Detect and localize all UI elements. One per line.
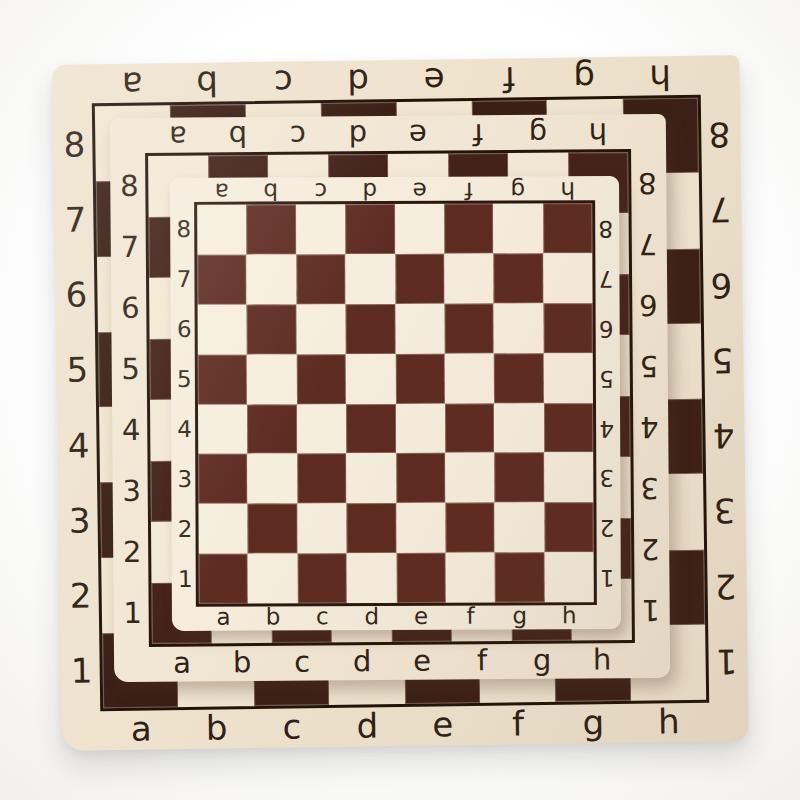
rank-label-left-3: 3 bbox=[112, 461, 150, 522]
square-b3 bbox=[248, 454, 298, 504]
file-label-bottom-e: e bbox=[396, 603, 445, 630]
square-h1 bbox=[544, 552, 594, 602]
square-g5 bbox=[494, 353, 544, 403]
rank-label-right-3: 3 bbox=[703, 473, 746, 549]
file-label-bottom-c: c bbox=[254, 705, 330, 748]
square-h4 bbox=[544, 403, 594, 453]
rank-label-left-1: 1 bbox=[113, 583, 151, 644]
square-b2 bbox=[248, 504, 298, 554]
corner-bottom-right bbox=[632, 640, 670, 678]
square-c2 bbox=[297, 503, 347, 553]
file-label-bottom-g: g bbox=[555, 701, 631, 744]
rank-label-left-4: 4 bbox=[171, 404, 198, 454]
rank-label-left-8: 8 bbox=[53, 106, 96, 182]
rank-label-right-6: 6 bbox=[700, 248, 743, 324]
square-e6 bbox=[395, 304, 445, 354]
square-d3 bbox=[346, 453, 396, 503]
square-f3 bbox=[445, 453, 495, 503]
rank-label-right-1: 1 bbox=[594, 552, 621, 602]
square-b6 bbox=[247, 304, 297, 354]
square-h5 bbox=[543, 353, 593, 403]
file-label-top-e: e bbox=[396, 59, 472, 102]
square-d2 bbox=[347, 503, 397, 553]
file-label-bottom-f: f bbox=[446, 603, 495, 630]
file-label-bottom-b: b bbox=[212, 643, 272, 681]
square-a4 bbox=[198, 404, 248, 454]
file-label-top-h: h bbox=[622, 56, 698, 99]
square-h6 bbox=[543, 303, 593, 353]
file-label-bottom-c: c bbox=[272, 642, 332, 680]
square-c4 bbox=[297, 404, 347, 454]
corner-top-right bbox=[697, 55, 740, 98]
file-label-top-c: c bbox=[245, 61, 321, 104]
square-g2 bbox=[495, 503, 545, 553]
square-d7 bbox=[345, 254, 395, 304]
file-label-bottom-a: a bbox=[199, 604, 248, 631]
file-label-top-a: a bbox=[197, 178, 246, 205]
square-h2 bbox=[544, 502, 594, 552]
corner-bottom-right bbox=[594, 602, 621, 629]
square-f6 bbox=[444, 303, 494, 353]
rank-label-left-2: 2 bbox=[59, 558, 102, 634]
square-c8 bbox=[296, 204, 346, 254]
file-label-bottom-d: d bbox=[347, 603, 396, 630]
rank-label-right-8: 8 bbox=[698, 97, 741, 173]
rank-label-right-1: 1 bbox=[631, 579, 669, 640]
rank-label-right-6: 6 bbox=[593, 303, 620, 353]
file-label-bottom-b: b bbox=[248, 603, 297, 630]
square-g1 bbox=[495, 552, 545, 602]
rank-label-left-1: 1 bbox=[172, 554, 199, 604]
rank-label-left-7: 7 bbox=[170, 255, 197, 305]
file-label-top-a: a bbox=[148, 117, 208, 155]
file-label-bottom-a: a bbox=[103, 707, 179, 750]
rank-label-left-8: 8 bbox=[110, 156, 148, 217]
rank-label-left-7: 7 bbox=[111, 217, 149, 278]
square-c7 bbox=[296, 254, 346, 304]
file-label-bottom-c: c bbox=[298, 603, 347, 630]
square-b5 bbox=[247, 354, 297, 404]
square-d8 bbox=[345, 204, 395, 254]
rank-label-left-6: 6 bbox=[171, 305, 198, 355]
corner-top-right bbox=[592, 176, 619, 203]
rank-label-left-6: 6 bbox=[111, 278, 149, 339]
file-label-bottom-h: h bbox=[631, 700, 707, 743]
corner-top-left bbox=[110, 118, 148, 156]
file-label-top-h: h bbox=[543, 176, 592, 203]
square-a8 bbox=[197, 205, 247, 255]
rank-label-right-7: 7 bbox=[592, 253, 619, 303]
square-a1 bbox=[199, 554, 249, 604]
square-f1 bbox=[446, 553, 496, 603]
rank-label-right-5: 5 bbox=[701, 323, 744, 399]
rank-label-right-5: 5 bbox=[593, 353, 620, 403]
file-label-top-b: b bbox=[208, 117, 268, 155]
corner-top-left bbox=[52, 64, 95, 107]
rank-label-left-3: 3 bbox=[58, 482, 101, 558]
square-a6 bbox=[198, 304, 248, 354]
rank-label-right-8: 8 bbox=[592, 203, 619, 253]
file-label-top-b: b bbox=[170, 62, 246, 105]
file-label-bottom-f: f bbox=[452, 641, 512, 679]
rank-label-left-5: 5 bbox=[112, 339, 150, 400]
rank-label-right-2: 2 bbox=[631, 518, 669, 579]
rank-label-right-5: 5 bbox=[630, 335, 668, 396]
file-label-top-d: d bbox=[345, 177, 394, 204]
file-label-bottom-e: e bbox=[392, 642, 452, 680]
file-label-bottom-a: a bbox=[152, 643, 212, 681]
square-f4 bbox=[445, 403, 495, 453]
file-label-top-e: e bbox=[388, 116, 448, 154]
product-photo-backdrop: abcdefgh8877665544332211abcdefgh abcdefg… bbox=[0, 0, 800, 800]
square-g7 bbox=[494, 253, 544, 303]
corner-bottom-left bbox=[61, 708, 104, 751]
square-c1 bbox=[297, 553, 347, 603]
square-a3 bbox=[198, 454, 248, 504]
corner-bottom-left bbox=[114, 644, 152, 682]
corner-top-right bbox=[628, 114, 666, 152]
square-d5 bbox=[346, 354, 396, 404]
rank-label-left-8: 8 bbox=[170, 205, 197, 255]
square-e3 bbox=[396, 453, 446, 503]
square-h3 bbox=[544, 453, 594, 503]
square-h7 bbox=[543, 253, 593, 303]
file-label-top-d: d bbox=[328, 116, 388, 154]
square-b1 bbox=[248, 554, 298, 604]
square-g4 bbox=[494, 403, 544, 453]
square-b8 bbox=[247, 204, 297, 254]
chess-mat-small: abcdefgh8877665544332211abcdefgh bbox=[170, 176, 621, 631]
file-label-bottom-g: g bbox=[495, 602, 544, 629]
square-a2 bbox=[198, 504, 248, 554]
file-label-top-g: g bbox=[546, 57, 622, 100]
square-d6 bbox=[346, 304, 396, 354]
rank-label-right-3: 3 bbox=[630, 457, 668, 518]
square-g8 bbox=[493, 203, 543, 253]
rank-label-left-3: 3 bbox=[171, 454, 198, 504]
square-e1 bbox=[396, 553, 446, 603]
corner-top-left bbox=[170, 178, 197, 205]
square-c3 bbox=[297, 454, 347, 504]
file-label-bottom-b: b bbox=[179, 706, 255, 749]
rank-label-left-4: 4 bbox=[112, 400, 150, 461]
rank-label-right-2: 2 bbox=[593, 502, 620, 552]
rank-label-left-7: 7 bbox=[54, 181, 97, 257]
rank-label-right-8: 8 bbox=[628, 152, 666, 213]
file-label-bottom-h: h bbox=[572, 640, 632, 678]
rank-label-left-5: 5 bbox=[171, 354, 198, 404]
square-e7 bbox=[395, 254, 445, 304]
file-label-top-b: b bbox=[246, 177, 295, 204]
file-label-bottom-f: f bbox=[480, 702, 556, 745]
square-b7 bbox=[247, 254, 297, 304]
square-h8 bbox=[543, 203, 593, 253]
square-f5 bbox=[445, 353, 495, 403]
file-label-top-f: f bbox=[444, 177, 493, 204]
rank-label-right-3: 3 bbox=[593, 452, 620, 502]
rank-label-left-2: 2 bbox=[171, 504, 198, 554]
file-label-top-g: g bbox=[508, 115, 568, 153]
file-label-top-d: d bbox=[320, 60, 396, 103]
rank-label-right-4: 4 bbox=[702, 398, 745, 474]
square-a7 bbox=[197, 255, 247, 305]
square-f7 bbox=[444, 253, 494, 303]
square-g6 bbox=[494, 303, 544, 353]
file-label-bottom-h: h bbox=[544, 602, 593, 629]
file-label-top-c: c bbox=[268, 116, 328, 154]
file-label-top-e: e bbox=[395, 177, 444, 204]
square-d4 bbox=[346, 404, 396, 454]
rank-label-left-6: 6 bbox=[55, 257, 98, 333]
rank-label-left-4: 4 bbox=[57, 407, 100, 483]
file-label-top-f: f bbox=[448, 115, 508, 153]
rank-label-right-7: 7 bbox=[629, 213, 667, 274]
file-label-top-a: a bbox=[94, 63, 170, 106]
square-f8 bbox=[444, 204, 494, 254]
square-d1 bbox=[347, 553, 397, 603]
square-a5 bbox=[198, 354, 248, 404]
square-e2 bbox=[396, 503, 446, 553]
rank-label-left-5: 5 bbox=[56, 332, 99, 408]
file-label-bottom-d: d bbox=[332, 642, 392, 680]
file-label-top-f: f bbox=[471, 58, 547, 101]
file-label-top-g: g bbox=[493, 176, 542, 203]
file-label-bottom-g: g bbox=[512, 641, 572, 679]
square-g3 bbox=[494, 453, 544, 503]
corner-bottom-right bbox=[706, 699, 749, 742]
rank-label-right-1: 1 bbox=[705, 624, 748, 700]
square-e8 bbox=[395, 204, 445, 254]
rank-label-right-4: 4 bbox=[593, 403, 620, 453]
chess-mat-small-grid: abcdefgh8877665544332211abcdefgh bbox=[170, 176, 621, 631]
file-label-top-c: c bbox=[296, 177, 345, 204]
square-e4 bbox=[396, 403, 446, 453]
corner-bottom-left bbox=[172, 604, 199, 631]
rank-label-left-1: 1 bbox=[60, 633, 103, 709]
square-f2 bbox=[445, 503, 495, 553]
rank-label-right-6: 6 bbox=[629, 274, 667, 335]
rank-label-right-7: 7 bbox=[699, 172, 742, 248]
square-c5 bbox=[297, 354, 347, 404]
square-b4 bbox=[247, 404, 297, 454]
rank-label-left-2: 2 bbox=[113, 522, 151, 583]
rank-label-right-4: 4 bbox=[630, 396, 668, 457]
file-label-bottom-d: d bbox=[329, 704, 405, 747]
square-c6 bbox=[296, 304, 346, 354]
rank-label-right-2: 2 bbox=[704, 549, 747, 625]
file-label-bottom-e: e bbox=[405, 703, 481, 746]
square-e5 bbox=[395, 353, 445, 403]
file-label-top-h: h bbox=[568, 114, 628, 152]
